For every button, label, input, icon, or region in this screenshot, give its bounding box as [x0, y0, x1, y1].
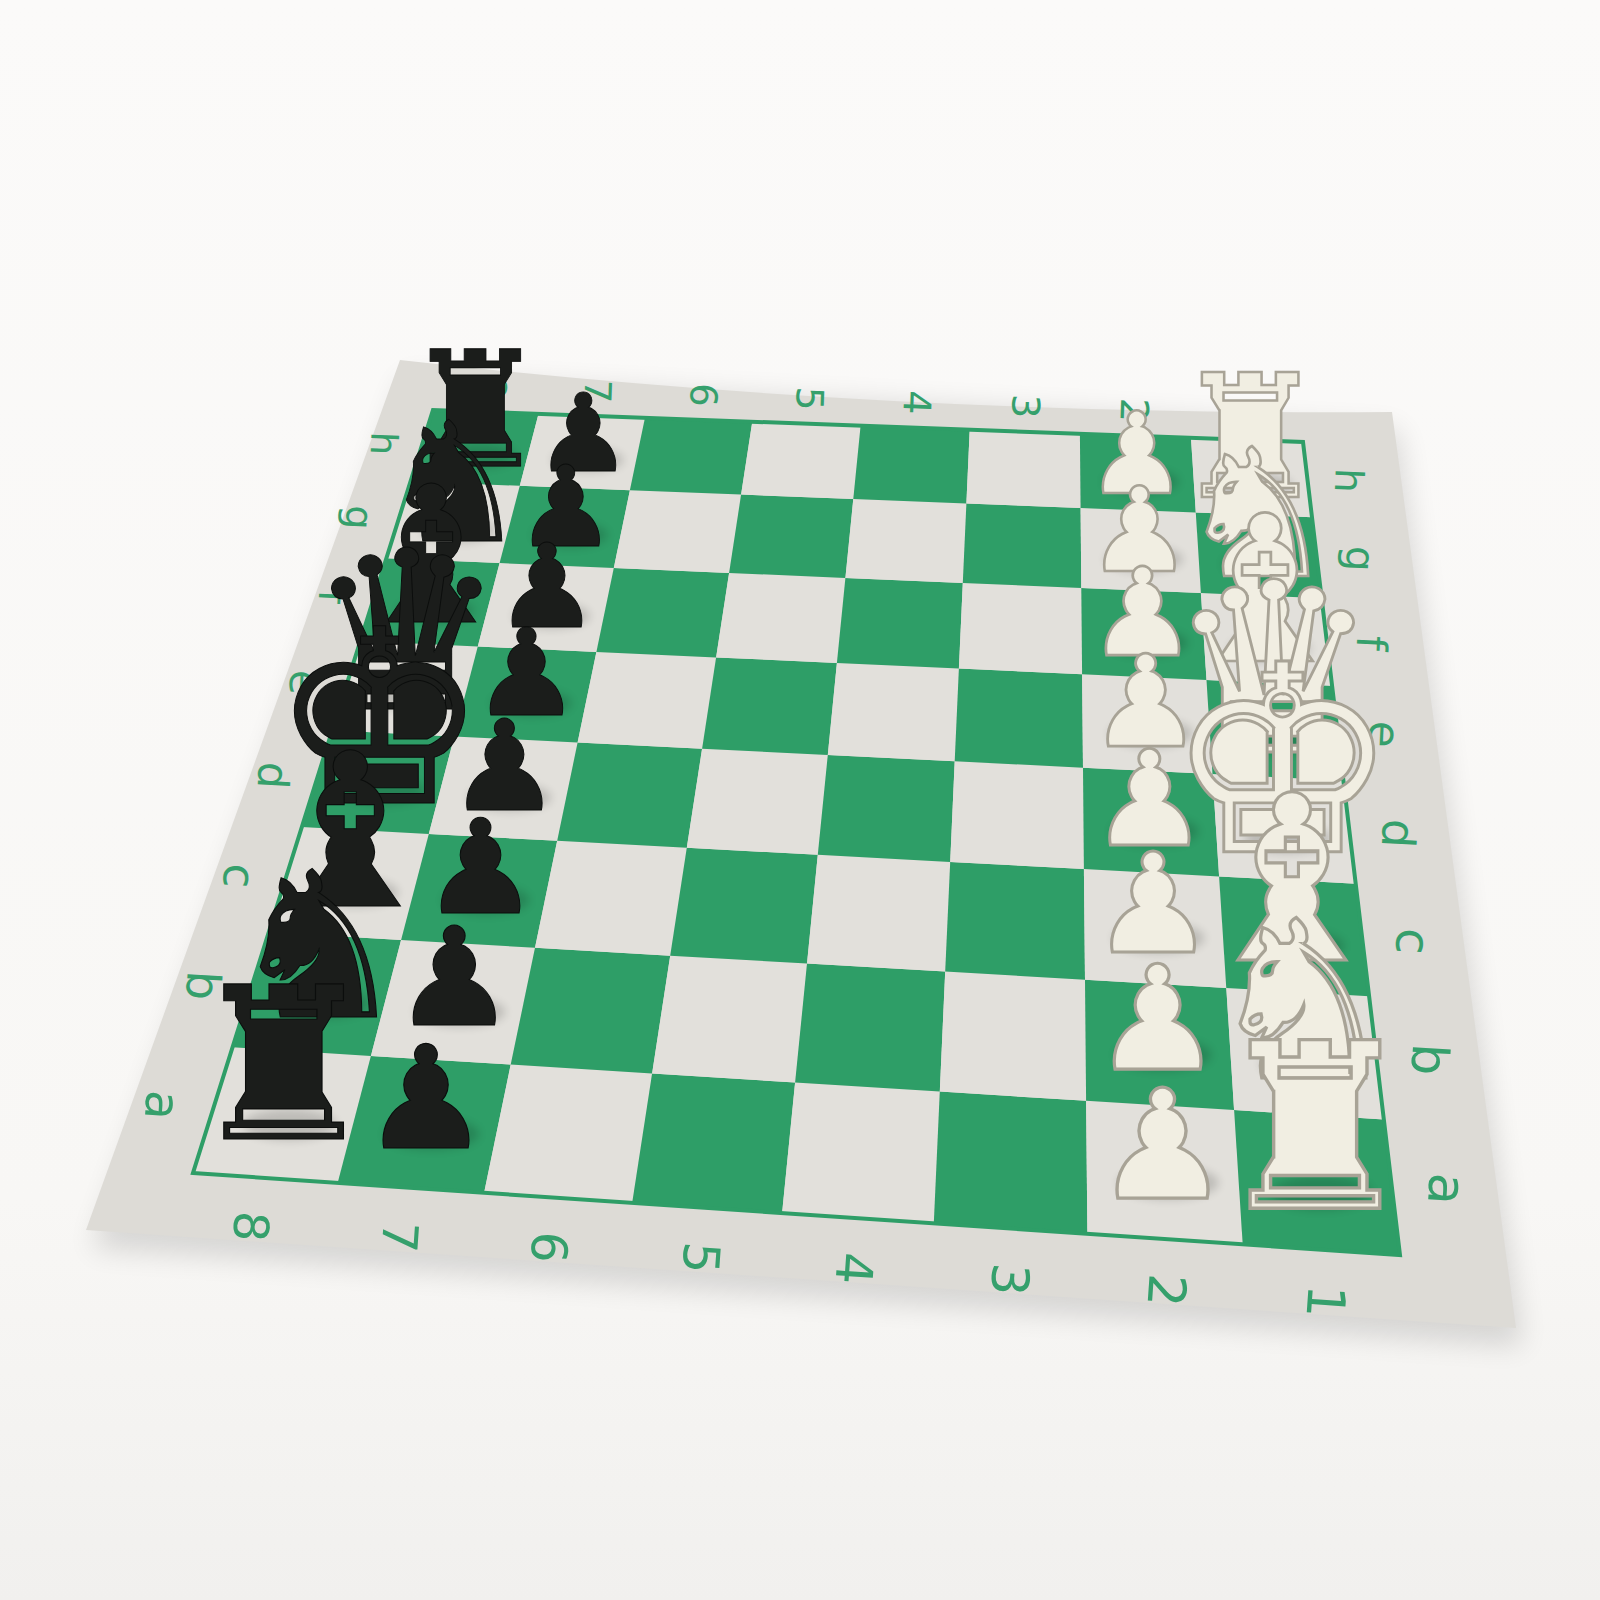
- square-f6[interactable]: [596, 568, 729, 657]
- rank-label-far-6: 6: [681, 382, 725, 407]
- square-d6[interactable]: [557, 743, 702, 848]
- chess-set-photo: 8765432187654321abcdefghabcdefgh♜♟♟♜♞♟♟♞…: [0, 0, 1600, 1600]
- square-g3[interactable]: [963, 504, 1082, 589]
- square-e3[interactable]: [955, 669, 1083, 768]
- square-c3[interactable]: [945, 862, 1085, 980]
- square-h3[interactable]: [966, 430, 1080, 508]
- rank-label-far-4: 4: [894, 390, 939, 416]
- square-d4[interactable]: [818, 755, 955, 862]
- square-h6[interactable]: [630, 418, 752, 495]
- square-a5[interactable]: [632, 1074, 795, 1214]
- square-e6[interactable]: [578, 652, 717, 749]
- square-e5[interactable]: [702, 657, 837, 755]
- rank-label-near-4: 4: [824, 1251, 885, 1287]
- square-a6[interactable]: [484, 1065, 652, 1203]
- square-g6[interactable]: [614, 490, 741, 573]
- square-c6[interactable]: [535, 841, 687, 956]
- piece-white-rook-a1[interactable]: ♜: [1211, 994, 1418, 1262]
- square-c5[interactable]: [670, 848, 818, 964]
- square-a4[interactable]: [782, 1083, 940, 1224]
- rank-label-near-7: 7: [370, 1219, 429, 1254]
- square-f3[interactable]: [959, 583, 1082, 674]
- square-b5[interactable]: [652, 956, 807, 1083]
- board-svg: 8765432187654321abcdefghabcdefgh♜♟♟♜♞♟♟♞…: [0, 0, 1600, 1600]
- square-c4[interactable]: [807, 855, 950, 972]
- piece-black-rook-a8[interactable]: ♜: [188, 942, 379, 1189]
- piece-black-pawn-a7[interactable]: ♟: [362, 1015, 491, 1182]
- square-d5[interactable]: [687, 749, 828, 855]
- square-b6[interactable]: [511, 948, 671, 1074]
- square-e4[interactable]: [828, 663, 959, 761]
- rank-label-near-5: 5: [671, 1240, 731, 1276]
- rank-label-near-1: 1: [1294, 1283, 1357, 1320]
- square-h5[interactable]: [741, 422, 861, 499]
- rank-label-near-8: 8: [222, 1209, 280, 1244]
- piece-white-pawn-a2[interactable]: ♟: [1094, 1057, 1230, 1234]
- square-b4[interactable]: [795, 964, 945, 1092]
- file-label-right-a: a: [1416, 1171, 1479, 1207]
- square-a3[interactable]: [934, 1092, 1088, 1234]
- rank-label-near-6: 6: [519, 1230, 579, 1265]
- square-f4[interactable]: [837, 578, 963, 669]
- square-g5[interactable]: [729, 495, 853, 578]
- square-b3[interactable]: [940, 972, 1086, 1101]
- file-label-left-a: a: [134, 1089, 192, 1122]
- square-f5[interactable]: [716, 573, 845, 663]
- square-g4[interactable]: [845, 499, 966, 583]
- square-d3[interactable]: [950, 761, 1084, 869]
- square-h4[interactable]: [853, 426, 969, 504]
- rank-label-far-5: 5: [787, 386, 832, 411]
- rank-label-near-3: 3: [979, 1261, 1040, 1298]
- rank-label-near-2: 2: [1136, 1272, 1198, 1309]
- rank-label-far-3: 3: [1003, 393, 1048, 419]
